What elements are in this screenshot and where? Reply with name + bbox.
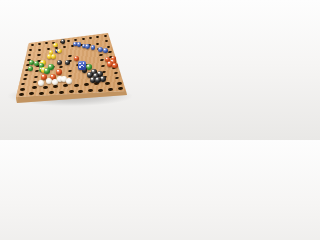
photo-background [0, 0, 140, 140]
board-hole [78, 89, 83, 92]
marble-black[interactable] [61, 39, 66, 44]
board-hole [67, 40, 70, 42]
marble-white[interactable] [46, 78, 52, 84]
board-hole [59, 65, 63, 67]
board-hole [108, 51, 112, 53]
board-hole [73, 84, 78, 87]
marble-yellow[interactable] [51, 54, 56, 59]
marble-blue[interactable] [85, 44, 90, 49]
die-pip [83, 62, 85, 64]
board-hole [67, 55, 71, 57]
board-hole [39, 92, 44, 95]
board-hole [24, 73, 28, 76]
marble-green[interactable] [28, 66, 34, 72]
board-hole [98, 54, 102, 56]
marble-blue[interactable] [103, 48, 108, 53]
board-hole [98, 88, 103, 91]
board-hole [19, 93, 24, 96]
blue-die[interactable] [78, 61, 87, 70]
board-hole [104, 82, 109, 85]
marble-white[interactable] [38, 80, 44, 86]
board-hole [108, 88, 113, 91]
die-pip [83, 66, 85, 68]
board-hole [30, 44, 33, 46]
board-hole [82, 38, 85, 40]
board-hole [58, 90, 63, 93]
board-hole [42, 85, 47, 88]
board-hole [106, 45, 110, 47]
die-pip [79, 66, 81, 68]
marble-red[interactable] [56, 69, 62, 75]
